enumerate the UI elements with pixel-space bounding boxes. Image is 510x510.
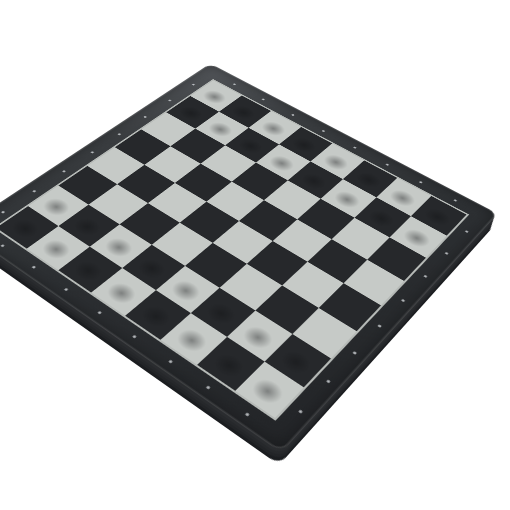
frame-coordinate-dot (326, 379, 331, 383)
frame-coordinate-dot (168, 99, 172, 101)
frame-coordinate-dot (0, 244, 5, 247)
frame-coordinate-dot (298, 409, 303, 413)
frame-coordinate-dot (143, 116, 147, 118)
frame-coordinate-dot (401, 299, 405, 302)
frame-coordinate-dot (97, 311, 102, 315)
frame-coordinate-dot (352, 351, 357, 355)
frame-coordinate-dot (445, 252, 449, 255)
chess-set-photo: ♜♞♝♛♚♝♞♜♟♟♟♟♟♟♟♟♟♟♟♟♟♟♟♟♜♞♝♛♚♝♞♜ (0, 0, 510, 510)
white-rook-glyph: ♜ (245, 308, 290, 392)
frame-coordinate-dot (168, 360, 173, 364)
frame-coordinate-dot (465, 230, 469, 233)
frame-coordinate-dot (117, 133, 121, 135)
frame-coordinate-dot (423, 275, 427, 278)
frame-coordinate-dot (377, 324, 381, 328)
frame-coordinate-dot (64, 288, 69, 291)
board-3d: ♜♞♝♛♚♝♞♜♟♟♟♟♟♟♟♟♟♟♟♟♟♟♟♟♜♞♝♛♚♝♞♜ (0, 64, 498, 453)
frame-coordinate-dot (90, 151, 94, 154)
frame-coordinate-dot (206, 385, 211, 389)
frame-coordinate-dot (32, 266, 37, 269)
board-scene: ♜♞♝♛♚♝♞♜♟♟♟♟♟♟♟♟♟♟♟♟♟♟♟♟♜♞♝♛♚♝♞♜ (0, 0, 510, 510)
frame-coordinate-dot (245, 412, 250, 416)
frame-coordinate-dot (132, 335, 137, 339)
